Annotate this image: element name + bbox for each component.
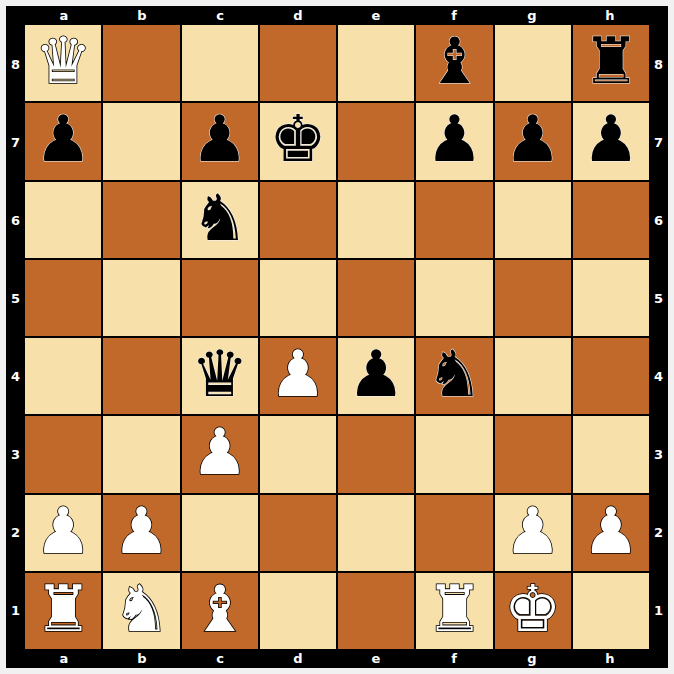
black-knight[interactable]: ♞: [426, 342, 483, 406]
square-d3[interactable]: [260, 416, 336, 492]
square-c3[interactable]: ♟: [182, 416, 258, 492]
square-a1[interactable]: ♜: [25, 573, 101, 649]
file-label-g: g: [493, 6, 571, 25]
square-f6[interactable]: [416, 182, 492, 258]
square-e4[interactable]: ♟: [338, 338, 414, 414]
black-queen[interactable]: ♛: [191, 342, 248, 406]
black-bishop[interactable]: ♝: [426, 29, 483, 93]
square-b7[interactable]: [103, 103, 179, 179]
rank-label-8: 8: [649, 25, 668, 103]
white-knight[interactable]: ♞: [113, 577, 170, 641]
chessboard-frame: abcdefgh abcdefgh 87654321 87654321 ♛♝♜♟…: [6, 6, 668, 668]
white-pawn[interactable]: ♟: [582, 499, 639, 563]
square-a7[interactable]: ♟: [25, 103, 101, 179]
rank-label-6: 6: [6, 181, 25, 259]
file-label-b: b: [103, 649, 181, 668]
square-b6[interactable]: [103, 182, 179, 258]
file-label-e: e: [337, 6, 415, 25]
rank-label-3: 3: [649, 415, 668, 493]
square-d7[interactable]: ♚: [260, 103, 336, 179]
square-c2[interactable]: [182, 495, 258, 571]
rank-label-7: 7: [649, 103, 668, 181]
white-pawn[interactable]: ♟: [269, 342, 326, 406]
white-pawn[interactable]: ♟: [504, 499, 561, 563]
square-a6[interactable]: [25, 182, 101, 258]
rank-label-3: 3: [6, 415, 25, 493]
square-h3[interactable]: [573, 416, 649, 492]
white-pawn[interactable]: ♟: [34, 499, 91, 563]
square-a5[interactable]: [25, 260, 101, 336]
file-label-c: c: [181, 6, 259, 25]
file-label-f: f: [415, 6, 493, 25]
square-c6[interactable]: ♞: [182, 182, 258, 258]
square-e8[interactable]: [338, 25, 414, 101]
square-h7[interactable]: ♟: [573, 103, 649, 179]
file-label-a: a: [25, 649, 103, 668]
rank-label-8: 8: [6, 25, 25, 103]
file-label-e: e: [337, 649, 415, 668]
rank-labels-left: 87654321: [6, 25, 25, 649]
square-h4[interactable]: [573, 338, 649, 414]
square-g6[interactable]: [495, 182, 571, 258]
black-pawn[interactable]: ♟: [426, 107, 483, 171]
file-labels-top: abcdefgh: [25, 6, 649, 25]
rank-label-5: 5: [6, 259, 25, 337]
rank-labels-right: 87654321: [649, 25, 668, 649]
square-h6[interactable]: [573, 182, 649, 258]
square-b3[interactable]: [103, 416, 179, 492]
square-a3[interactable]: [25, 416, 101, 492]
square-e2[interactable]: [338, 495, 414, 571]
square-d4[interactable]: ♟: [260, 338, 336, 414]
square-f4[interactable]: ♞: [416, 338, 492, 414]
white-rook[interactable]: ♜: [34, 577, 91, 641]
black-king[interactable]: ♚: [269, 107, 326, 171]
white-king[interactable]: ♚: [504, 577, 561, 641]
square-g4[interactable]: [495, 338, 571, 414]
square-c8[interactable]: [182, 25, 258, 101]
square-e7[interactable]: [338, 103, 414, 179]
white-rook[interactable]: ♜: [426, 577, 483, 641]
rank-label-7: 7: [6, 103, 25, 181]
square-a2[interactable]: ♟: [25, 495, 101, 571]
file-label-h: h: [571, 649, 649, 668]
square-e1[interactable]: [338, 573, 414, 649]
square-b2[interactable]: ♟: [103, 495, 179, 571]
rank-label-5: 5: [649, 259, 668, 337]
rank-label-1: 1: [649, 571, 668, 649]
square-a8[interactable]: ♛: [25, 25, 101, 101]
chessboard: ♛♝♜♟♟♚♟♟♟♞♛♟♟♞♟♟♟♟♟♜♞♝♜♚: [25, 25, 649, 649]
black-pawn[interactable]: ♟: [504, 107, 561, 171]
square-c7[interactable]: ♟: [182, 103, 258, 179]
white-bishop[interactable]: ♝: [191, 577, 248, 641]
black-rook[interactable]: ♜: [582, 29, 639, 93]
square-f3[interactable]: [416, 416, 492, 492]
square-g2[interactable]: ♟: [495, 495, 571, 571]
file-label-b: b: [103, 6, 181, 25]
square-g7[interactable]: ♟: [495, 103, 571, 179]
black-pawn[interactable]: ♟: [191, 107, 248, 171]
square-h5[interactable]: [573, 260, 649, 336]
square-d1[interactable]: [260, 573, 336, 649]
square-g8[interactable]: [495, 25, 571, 101]
square-d5[interactable]: [260, 260, 336, 336]
square-b5[interactable]: [103, 260, 179, 336]
square-f1[interactable]: ♜: [416, 573, 492, 649]
rank-label-2: 2: [649, 493, 668, 571]
black-knight[interactable]: ♞: [191, 186, 248, 250]
square-a4[interactable]: [25, 338, 101, 414]
square-g3[interactable]: [495, 416, 571, 492]
square-g1[interactable]: ♚: [495, 573, 571, 649]
rank-label-2: 2: [6, 493, 25, 571]
file-label-d: d: [259, 649, 337, 668]
square-c1[interactable]: ♝: [182, 573, 258, 649]
rank-label-4: 4: [6, 337, 25, 415]
square-b1[interactable]: ♞: [103, 573, 179, 649]
square-b4[interactable]: [103, 338, 179, 414]
square-h1[interactable]: [573, 573, 649, 649]
square-f7[interactable]: ♟: [416, 103, 492, 179]
square-h8[interactable]: ♜: [573, 25, 649, 101]
white-queen[interactable]: ♛: [34, 29, 91, 93]
rank-label-4: 4: [649, 337, 668, 415]
square-b8[interactable]: [103, 25, 179, 101]
square-d8[interactable]: [260, 25, 336, 101]
square-e6[interactable]: [338, 182, 414, 258]
file-label-d: d: [259, 6, 337, 25]
file-labels-bottom: abcdefgh: [25, 649, 649, 668]
white-pawn[interactable]: ♟: [191, 420, 248, 484]
white-pawn[interactable]: ♟: [113, 499, 170, 563]
square-g5[interactable]: [495, 260, 571, 336]
rank-label-6: 6: [649, 181, 668, 259]
square-f8[interactable]: ♝: [416, 25, 492, 101]
black-pawn[interactable]: ♟: [582, 107, 639, 171]
file-label-g: g: [493, 649, 571, 668]
square-d6[interactable]: [260, 182, 336, 258]
rank-label-1: 1: [6, 571, 25, 649]
file-label-a: a: [25, 6, 103, 25]
square-c5[interactable]: [182, 260, 258, 336]
square-c4[interactable]: ♛: [182, 338, 258, 414]
black-pawn[interactable]: ♟: [34, 107, 91, 171]
square-f5[interactable]: [416, 260, 492, 336]
file-label-f: f: [415, 649, 493, 668]
square-d2[interactable]: [260, 495, 336, 571]
square-f2[interactable]: [416, 495, 492, 571]
black-pawn[interactable]: ♟: [347, 342, 404, 406]
square-e5[interactable]: [338, 260, 414, 336]
file-label-c: c: [181, 649, 259, 668]
square-e3[interactable]: [338, 416, 414, 492]
file-label-h: h: [571, 6, 649, 25]
square-h2[interactable]: ♟: [573, 495, 649, 571]
